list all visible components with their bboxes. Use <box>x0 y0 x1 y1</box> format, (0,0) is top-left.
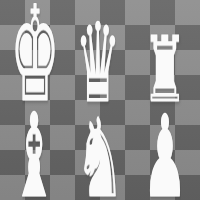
piece-bishop: ♝ <box>11 97 57 200</box>
chess-piece-set-image: ♚ ♛ ♜ ♝ ♞ ♟ <box>0 0 200 200</box>
piece-pawn: ♟ <box>143 100 188 200</box>
piece-knight: ♞ <box>75 103 124 200</box>
